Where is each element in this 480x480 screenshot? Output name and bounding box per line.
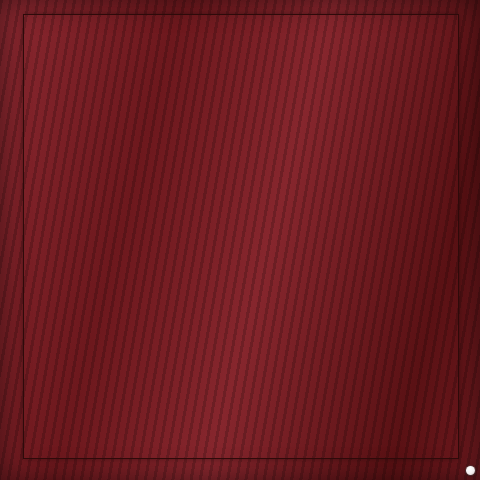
chess-board (24, 15, 458, 458)
chess-board-frame (0, 0, 480, 480)
file-coordinates (24, 458, 458, 480)
rank-coordinates (0, 15, 24, 458)
side-to-move-indicator (466, 466, 475, 475)
